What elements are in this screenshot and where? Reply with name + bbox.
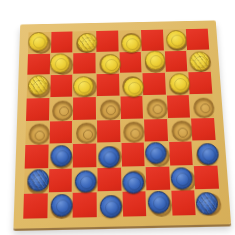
square-d1[interactable] (98, 192, 122, 217)
square-h7[interactable] (187, 50, 210, 71)
blue-piece[interactable] (197, 143, 220, 165)
yellow-piece[interactable] (121, 33, 142, 53)
square-e7[interactable] (119, 51, 142, 72)
square-f3[interactable] (145, 142, 169, 166)
board-grid (23, 29, 221, 219)
yellow-piece[interactable] (168, 73, 190, 93)
square-c2[interactable] (73, 168, 96, 192)
square-d7[interactable] (96, 52, 118, 73)
square-c3[interactable] (73, 144, 96, 168)
square-d8[interactable] (96, 31, 118, 52)
blue-piece[interactable] (170, 167, 193, 190)
square-e5[interactable] (120, 96, 143, 119)
square-a3[interactable] (25, 145, 49, 169)
square-b4[interactable] (49, 120, 72, 143)
square-g5[interactable] (167, 95, 191, 118)
square-a4[interactable] (25, 121, 48, 144)
square-c4[interactable] (73, 120, 96, 143)
square-c7[interactable] (73, 52, 95, 73)
square-b5[interactable] (50, 97, 73, 120)
square-e1[interactable] (122, 192, 146, 217)
square-e6[interactable] (120, 73, 143, 95)
square-a6[interactable] (27, 75, 50, 97)
square-f7[interactable] (142, 51, 165, 72)
square-a2[interactable] (24, 169, 48, 193)
yellow-piece[interactable] (100, 55, 121, 75)
piece-recess (193, 97, 215, 118)
square-h1[interactable] (196, 190, 221, 215)
square-b7[interactable] (50, 53, 72, 75)
square-d2[interactable] (97, 167, 121, 191)
square-f2[interactable] (146, 166, 170, 190)
checkers-board (13, 20, 231, 228)
piece-recess (146, 98, 168, 119)
square-e3[interactable] (121, 143, 145, 167)
square-h6[interactable] (189, 72, 213, 94)
square-c6[interactable] (73, 74, 95, 96)
board-photo (13, 20, 231, 228)
square-e8[interactable] (119, 30, 141, 51)
square-c5[interactable] (73, 97, 96, 120)
piece-recess (52, 100, 73, 121)
yellow-piece[interactable] (165, 30, 186, 49)
photo-background (0, 0, 235, 235)
square-d3[interactable] (97, 143, 120, 167)
square-b6[interactable] (50, 75, 72, 97)
piece-recess (123, 122, 145, 143)
square-g1[interactable] (171, 191, 196, 216)
square-d6[interactable] (96, 74, 119, 96)
square-b1[interactable] (48, 193, 72, 218)
square-h8[interactable] (186, 29, 209, 50)
square-b2[interactable] (48, 168, 72, 192)
square-h3[interactable] (193, 141, 218, 165)
piece-recess (99, 99, 120, 120)
piece-recess (76, 123, 97, 144)
square-e4[interactable] (121, 119, 144, 142)
square-a1[interactable] (23, 194, 47, 219)
blue-piece[interactable] (27, 169, 49, 192)
square-g8[interactable] (164, 29, 187, 50)
square-g6[interactable] (166, 72, 189, 94)
square-a7[interactable] (27, 53, 49, 75)
piece-recess (171, 121, 193, 142)
square-f5[interactable] (143, 95, 166, 118)
square-e2[interactable] (122, 167, 146, 191)
piece-recess (28, 124, 50, 146)
square-h4[interactable] (191, 118, 215, 141)
square-h2[interactable] (194, 165, 219, 189)
square-a5[interactable] (26, 98, 49, 121)
square-b8[interactable] (51, 31, 73, 52)
square-d5[interactable] (97, 96, 120, 119)
square-c8[interactable] (74, 31, 96, 52)
square-g2[interactable] (170, 166, 195, 190)
square-f4[interactable] (144, 119, 168, 142)
square-f1[interactable] (147, 191, 172, 216)
square-f6[interactable] (143, 73, 166, 95)
square-g4[interactable] (168, 118, 192, 141)
square-c1[interactable] (73, 193, 97, 218)
yellow-piece[interactable] (123, 77, 144, 97)
blue-piece[interactable] (98, 146, 120, 168)
blue-piece[interactable] (145, 142, 167, 164)
square-h5[interactable] (190, 94, 214, 117)
square-g7[interactable] (165, 51, 188, 72)
square-d4[interactable] (97, 120, 120, 143)
square-b3[interactable] (49, 144, 72, 168)
square-g3[interactable] (169, 142, 193, 166)
square-f8[interactable] (141, 30, 164, 51)
yellow-piece[interactable] (77, 33, 97, 53)
blue-piece[interactable] (75, 170, 97, 193)
square-a8[interactable] (28, 32, 50, 53)
